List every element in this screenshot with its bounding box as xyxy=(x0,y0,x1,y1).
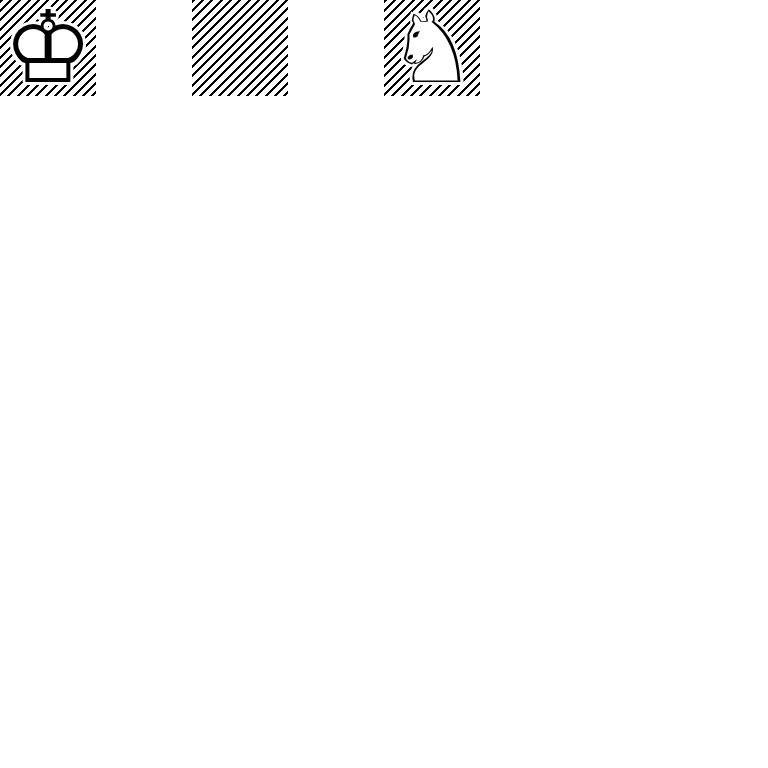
white-king-outline-glyph: ♔ xyxy=(3,0,93,96)
square-c8[interactable] xyxy=(192,0,288,96)
square-b8[interactable] xyxy=(96,0,192,96)
piece-white-king[interactable]: ♚♔ xyxy=(0,0,96,96)
chess-board: ♚♔♞♘ xyxy=(0,0,768,768)
square-e8[interactable]: ♞♘ xyxy=(384,0,480,96)
white-knight-outline-glyph: ♘ xyxy=(387,0,477,96)
square-d8[interactable] xyxy=(288,0,384,96)
piece-white-knight[interactable]: ♞♘ xyxy=(384,0,480,96)
square-a8[interactable]: ♚♔ xyxy=(0,0,96,96)
square-f8[interactable] xyxy=(480,0,576,96)
